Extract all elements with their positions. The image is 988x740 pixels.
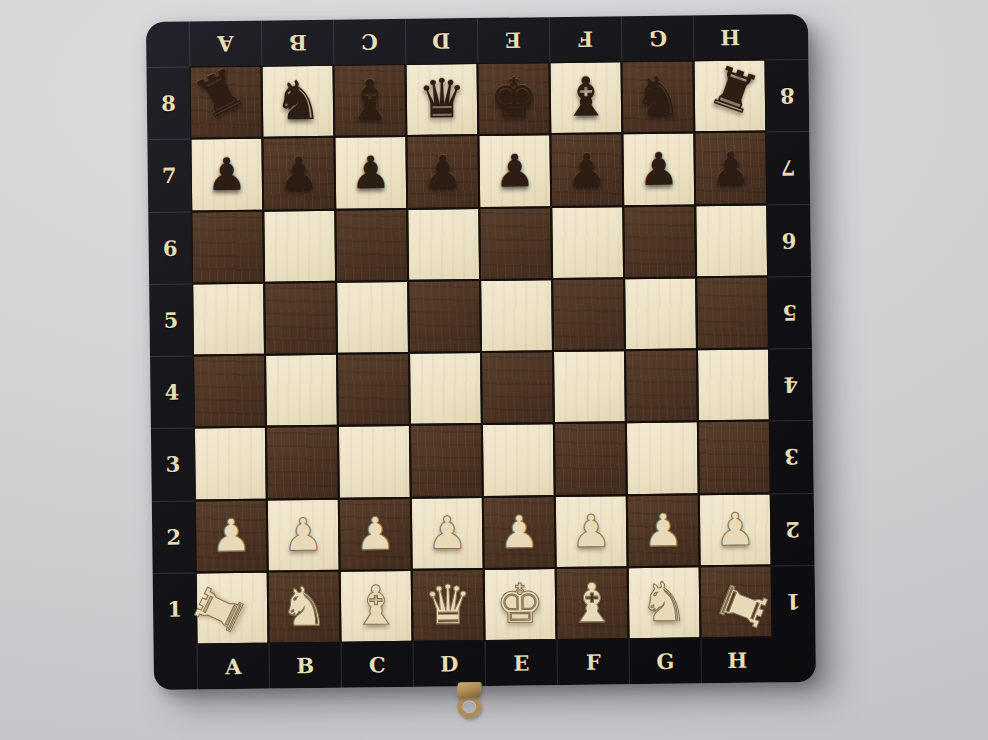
piece-black-pawn-g7[interactable]: ♟ [638,146,679,191]
square-b7[interactable]: ♟ [262,137,335,210]
square-b6[interactable] [263,209,336,282]
rank-label-right-1-label: 1 [786,589,801,614]
square-a6[interactable] [191,210,264,283]
piece-black-knight-b8[interactable]: ♞ [273,74,322,129]
file-label-top-b-label: B [289,30,307,55]
square-a7[interactable]: ♟ [190,138,263,211]
file-label-top-f: F [549,16,622,62]
square-e5[interactable] [480,279,553,352]
square-c8[interactable]: ♝ [333,64,406,137]
square-e3[interactable] [482,423,555,496]
rank-label-right-3: 3 [770,420,814,493]
piece-white-bishop-c1[interactable]: ♝ [352,579,401,634]
square-g6[interactable] [623,205,696,278]
square-e8[interactable]: ♚ [477,62,550,135]
piece-white-pawn-b2[interactable]: ♟ [283,512,324,557]
square-d7[interactable]: ♟ [406,135,479,208]
chess-board-grid: ABCDEFGH8♜♞♝♛♚♝♞♜87♟♟♟♟♟♟♟♟7665544332♟♟♟… [146,14,816,690]
square-d5[interactable] [408,280,481,353]
square-h3[interactable] [698,421,771,494]
square-h6[interactable] [695,204,768,277]
piece-black-pawn-h7[interactable]: ♟ [710,146,751,191]
square-g7[interactable]: ♟ [622,133,695,206]
square-c2[interactable]: ♟ [339,497,412,570]
piece-black-pawn-c7[interactable]: ♟ [350,150,391,195]
rank-label-right-2: 2 [771,492,815,565]
rank-label-right-7: 7 [766,131,810,204]
file-label-bottom-e-label: E [513,650,529,675]
piece-black-pawn-b7[interactable]: ♟ [278,151,319,196]
square-a4[interactable] [193,355,266,428]
square-d6[interactable] [407,208,480,281]
square-a5[interactable] [192,282,265,355]
piece-white-bishop-f1[interactable]: ♝ [568,576,617,631]
frame-corner [765,14,809,60]
file-label-top-d-label: D [432,28,451,53]
file-label-bottom-f: F [557,639,630,685]
square-a2[interactable]: ♟ [195,499,268,572]
piece-black-pawn-e7[interactable]: ♟ [494,148,535,193]
square-a3[interactable] [194,427,267,500]
file-label-top-d: D [405,18,478,64]
piece-black-bishop-f8[interactable]: ♝ [561,71,610,126]
rank-label-right-5: 5 [768,276,812,349]
file-label-bottom-h-label: H [727,648,747,673]
rank-label-right-8-label: 8 [780,83,795,108]
file-label-bottom-d: D [413,641,486,687]
square-b8[interactable]: ♞ [261,65,334,138]
file-label-top-e-label: E [506,27,522,52]
square-b3[interactable] [266,426,339,499]
square-g2[interactable]: ♟ [627,494,700,567]
square-d2[interactable]: ♟ [411,496,484,569]
rank-label-right-4-label: 4 [783,372,798,397]
square-a1[interactable]: ♜ [196,571,269,644]
clasp-plate [456,682,482,697]
square-d4[interactable] [409,352,482,425]
square-h1[interactable]: ♜ [700,565,773,638]
rank-label-right-4: 4 [769,348,813,421]
square-g5[interactable] [624,277,697,350]
rank-label-right-2-label: 2 [785,517,800,542]
chess-board: ABCDEFGH8♜♞♝♛♚♝♞♜87♟♟♟♟♟♟♟♟7665544332♟♟♟… [146,14,816,690]
square-c4[interactable] [337,353,410,426]
square-g1[interactable]: ♞ [628,566,701,639]
file-label-bottom-a-label: A [225,654,242,679]
table-surface: ABCDEFGH8♜♞♝♛♚♝♞♜87♟♟♟♟♟♟♟♟7665544332♟♟♟… [0,0,988,740]
square-f3[interactable] [554,422,627,495]
clasp-ring-icon [457,695,481,718]
file-label-top-e: E [477,17,550,63]
square-b2[interactable]: ♟ [267,498,340,571]
file-label-bottom-g: G [629,638,702,684]
rank-label-left-3-label: 3 [165,452,180,477]
rank-label-right-6: 6 [767,203,811,276]
rank-label-right-8: 8 [765,59,809,132]
piece-black-queen-d8[interactable]: ♛ [417,72,466,127]
file-label-bottom-b: B [269,643,342,689]
rank-label-left-8-label: 8 [161,91,176,116]
rank-label-right-7-label: 7 [781,156,796,181]
rank-label-left-7-label: 7 [162,163,177,188]
piece-white-knight-b1[interactable]: ♞ [280,580,329,635]
square-h4[interactable] [697,348,770,421]
file-label-top-f-label: F [578,27,593,52]
square-f8[interactable]: ♝ [549,61,622,134]
square-f4[interactable] [553,350,626,423]
piece-white-king-e1[interactable]: ♚ [496,577,545,632]
file-label-bottom-d-label: D [440,651,459,676]
square-e4[interactable] [481,351,554,424]
piece-white-rook-a1[interactable]: ♜ [185,577,255,644]
file-label-top-c-label: C [361,29,378,54]
rank-label-right-5-label: 5 [783,300,798,325]
rank-label-left-4-label: 4 [165,380,180,405]
square-c7[interactable]: ♟ [334,136,407,209]
frame-corner [146,22,190,68]
file-label-bottom-h: H [701,637,774,683]
rank-label-left-5-label: 5 [164,308,179,333]
file-label-top-h: H [693,15,766,61]
square-e7[interactable]: ♟ [478,134,551,207]
square-g8[interactable]: ♞ [621,60,694,133]
piece-black-rook-a8[interactable]: ♜ [186,59,254,129]
frame-corner [773,637,817,683]
file-label-bottom-g-label: G [656,649,674,674]
square-f5[interactable] [552,278,625,351]
rank-label-left-6: 6 [148,211,192,284]
square-d8[interactable]: ♛ [405,63,478,136]
file-label-bottom-f-label: F [586,650,601,675]
piece-black-pawn-f7[interactable]: ♟ [566,147,607,192]
file-label-top-a-label: A [217,31,234,56]
file-label-top-h-label: H [720,25,740,50]
square-e2[interactable]: ♟ [483,496,556,569]
square-g3[interactable] [626,422,699,495]
piece-white-pawn-e2[interactable]: ♟ [499,509,540,554]
piece-white-pawn-g2[interactable]: ♟ [643,508,684,553]
file-label-bottom-a: A [197,644,270,690]
square-c6[interactable] [335,208,408,281]
square-e6[interactable] [479,207,552,280]
file-label-top-g-label: G [649,26,667,51]
square-g4[interactable] [625,349,698,422]
piece-black-pawn-a7[interactable]: ♟ [206,152,247,197]
rank-label-right-3-label: 3 [784,444,799,469]
piece-black-bishop-c8[interactable]: ♝ [345,73,394,128]
square-b1[interactable]: ♞ [268,570,341,643]
piece-white-knight-g1[interactable]: ♞ [640,575,689,630]
piece-white-pawn-d2[interactable]: ♟ [427,510,468,555]
piece-black-king-e8[interactable]: ♚ [489,71,538,126]
square-f1[interactable]: ♝ [556,567,629,640]
file-label-bottom-b-label: B [296,653,314,678]
square-d3[interactable] [410,424,483,497]
file-label-top-g: G [621,15,694,61]
square-d1[interactable]: ♛ [412,569,485,642]
piece-white-pawn-a2[interactable]: ♟ [211,513,252,558]
brass-clasp [454,682,484,716]
rank-label-left-5: 5 [149,283,193,356]
file-label-top-c: C [333,19,406,65]
rank-label-left-3: 3 [151,428,195,501]
file-label-top-b: B [261,20,334,66]
square-h5[interactable] [696,276,769,349]
file-label-bottom-c: C [341,642,414,688]
frame-corner [154,644,198,690]
rank-label-left-6-label: 6 [163,235,178,260]
square-f7[interactable]: ♟ [550,134,623,207]
piece-white-pawn-f2[interactable]: ♟ [571,509,612,554]
rank-label-left-7: 7 [147,139,191,212]
file-label-bottom-e: E [485,640,558,686]
piece-black-rook-h8[interactable]: ♜ [702,58,766,125]
square-h8[interactable]: ♜ [693,60,766,133]
piece-white-pawn-c2[interactable]: ♟ [355,511,396,556]
piece-white-queen-d1[interactable]: ♛ [424,578,473,633]
file-label-bottom-c-label: C [369,652,386,677]
square-c1[interactable]: ♝ [340,570,413,643]
square-c5[interactable] [336,281,409,354]
square-f2[interactable]: ♟ [555,495,628,568]
rank-label-left-4: 4 [150,356,194,429]
piece-black-pawn-d7[interactable]: ♟ [422,149,463,194]
rank-label-right-6-label: 6 [782,228,797,253]
rank-label-left-2: 2 [152,500,196,573]
square-h7[interactable]: ♟ [694,132,767,205]
square-h2[interactable]: ♟ [699,493,772,566]
piece-black-knight-g8[interactable]: ♞ [633,70,682,125]
square-c3[interactable] [338,425,411,498]
square-b5[interactable] [264,282,337,355]
rank-label-left-2-label: 2 [166,524,181,549]
square-b4[interactable] [265,354,338,427]
piece-white-rook-h1[interactable]: ♜ [708,573,776,638]
piece-white-pawn-h2[interactable]: ♟ [715,507,756,552]
square-e1[interactable]: ♚ [484,568,557,641]
square-f6[interactable] [551,206,624,279]
square-a8[interactable]: ♜ [189,66,262,139]
